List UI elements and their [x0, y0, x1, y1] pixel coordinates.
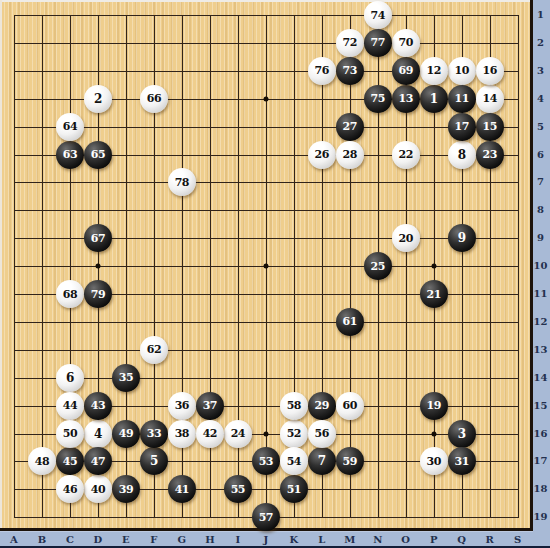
move-number: 15 [483, 120, 497, 133]
stone-white-Q6: 8 [448, 141, 476, 169]
column-label-B: B [38, 535, 46, 545]
stone-black-O3: 69 [392, 57, 420, 85]
stone-black-G18: 41 [168, 475, 196, 503]
move-number: 35 [119, 371, 133, 384]
stone-black-R5: 15 [476, 113, 504, 141]
stone-black-D15: 43 [84, 392, 112, 420]
stone-white-C15: 44 [56, 392, 84, 420]
stone-black-C6: 63 [56, 141, 84, 169]
grid-line-horizontal [14, 322, 519, 323]
stone-black-F16: 33 [140, 420, 168, 448]
move-number: 9 [458, 231, 466, 245]
row-label-17: 17 [534, 456, 548, 466]
board-edge-left [0, 0, 2, 529]
stone-black-M5: 27 [336, 113, 364, 141]
move-number: 68 [63, 288, 77, 301]
stone-white-C14: 6 [56, 364, 84, 392]
stone-black-E18: 39 [112, 475, 140, 503]
column-label-K: K [289, 535, 298, 545]
row-label-4: 4 [537, 94, 544, 104]
move-number: 14 [483, 92, 497, 105]
grid-line-horizontal [14, 350, 519, 351]
move-number: 62 [147, 343, 161, 356]
stone-white-B17: 48 [28, 447, 56, 475]
stone-white-F4: 66 [140, 85, 168, 113]
move-number: 77 [371, 36, 385, 49]
move-number: 73 [343, 64, 357, 77]
column-label-G: G [178, 535, 187, 545]
stone-black-E14: 35 [112, 364, 140, 392]
move-number: 40 [91, 483, 105, 496]
star-point [263, 264, 268, 269]
column-label-D: D [94, 535, 103, 545]
stone-black-Q4: 11 [448, 85, 476, 113]
move-number: 66 [147, 92, 161, 105]
move-number: 67 [91, 232, 105, 245]
move-number: 45 [63, 455, 77, 468]
move-number: 63 [63, 148, 77, 161]
stone-black-F17: 5 [140, 447, 168, 475]
move-number: 59 [343, 455, 357, 468]
move-number: 26 [315, 148, 329, 161]
row-label-18: 18 [534, 484, 548, 494]
move-number: 72 [343, 36, 357, 49]
move-number: 3 [458, 427, 466, 441]
move-number: 50 [63, 427, 77, 440]
stone-black-P4: 1 [420, 85, 448, 113]
stone-white-G7: 78 [168, 168, 196, 196]
move-number: 60 [343, 399, 357, 412]
move-number: 42 [203, 427, 217, 440]
stone-white-D16: 4 [84, 420, 112, 448]
move-number: 6 [66, 371, 74, 385]
move-number: 30 [427, 455, 441, 468]
move-number: 39 [119, 483, 133, 496]
move-number: 33 [147, 427, 161, 440]
move-number: 46 [63, 483, 77, 496]
row-label-1: 1 [537, 10, 544, 20]
stone-black-C17: 45 [56, 447, 84, 475]
stone-white-M15: 60 [336, 392, 364, 420]
move-number: 53 [259, 455, 273, 468]
stone-white-G16: 38 [168, 420, 196, 448]
stone-white-K17: 54 [280, 447, 308, 475]
move-number: 52 [287, 427, 301, 440]
move-number: 22 [399, 148, 413, 161]
stone-white-O6: 22 [392, 141, 420, 169]
stone-white-H16: 42 [196, 420, 224, 448]
stone-black-P11: 21 [420, 280, 448, 308]
move-number: 23 [483, 148, 497, 161]
move-number: 38 [175, 427, 189, 440]
stone-white-Q3: 10 [448, 57, 476, 85]
stone-black-E16: 49 [112, 420, 140, 448]
stone-white-D18: 40 [84, 475, 112, 503]
row-label-14: 14 [534, 373, 548, 383]
move-number: 28 [343, 148, 357, 161]
row-coordinates-strip: 12345678910111213141516171819 [533, 0, 550, 548]
star-point [95, 264, 100, 269]
move-number: 37 [203, 399, 217, 412]
star-point [263, 431, 268, 436]
row-label-16: 16 [534, 429, 548, 439]
move-number: 7 [318, 454, 326, 468]
move-number: 56 [315, 427, 329, 440]
stone-white-P3: 12 [420, 57, 448, 85]
column-label-N: N [373, 535, 382, 545]
stone-white-N1: 74 [364, 1, 392, 29]
grid-line-vertical [350, 15, 351, 518]
move-number: 48 [35, 455, 49, 468]
stone-white-C5: 64 [56, 113, 84, 141]
move-number: 27 [343, 120, 357, 133]
star-point [431, 264, 436, 269]
move-number: 57 [259, 511, 273, 524]
move-number: 19 [427, 399, 441, 412]
row-label-15: 15 [534, 401, 548, 411]
stone-white-P17: 30 [420, 447, 448, 475]
move-number: 24 [231, 427, 245, 440]
row-label-19: 19 [534, 512, 548, 522]
stone-white-R3: 16 [476, 57, 504, 85]
row-label-9: 9 [537, 233, 544, 243]
column-label-C: C [66, 535, 74, 545]
move-number: 43 [91, 399, 105, 412]
move-number: 5 [150, 454, 158, 468]
stone-black-I18: 55 [224, 475, 252, 503]
stone-white-O9: 20 [392, 224, 420, 252]
stone-white-I16: 24 [224, 420, 252, 448]
move-number: 13 [399, 92, 413, 105]
move-number: 31 [455, 455, 469, 468]
column-label-P: P [430, 535, 438, 545]
move-number: 69 [399, 64, 413, 77]
move-number: 29 [315, 399, 329, 412]
stone-black-K18: 51 [280, 475, 308, 503]
stone-black-Q9: 9 [448, 224, 476, 252]
stone-white-L16: 56 [308, 420, 336, 448]
star-point [431, 431, 436, 436]
row-label-7: 7 [537, 177, 544, 187]
stone-black-R6: 23 [476, 141, 504, 169]
row-label-12: 12 [534, 317, 548, 327]
stone-black-Q16: 3 [448, 420, 476, 448]
stone-white-D4: 2 [84, 85, 112, 113]
move-number: 25 [371, 260, 385, 273]
column-label-L: L [318, 535, 325, 545]
stone-black-H15: 37 [196, 392, 224, 420]
stone-white-C11: 68 [56, 280, 84, 308]
move-number: 49 [119, 427, 133, 440]
column-label-S: S [514, 535, 521, 545]
move-number: 65 [91, 148, 105, 161]
row-label-2: 2 [537, 38, 544, 48]
move-number: 54 [287, 455, 301, 468]
move-number: 75 [371, 92, 385, 105]
stone-white-G15: 36 [168, 392, 196, 420]
stone-black-Q5: 17 [448, 113, 476, 141]
row-label-11: 11 [534, 289, 548, 299]
stone-black-D17: 47 [84, 447, 112, 475]
stone-white-K15: 58 [280, 392, 308, 420]
move-number: 11 [455, 92, 469, 105]
stone-black-M12: 61 [336, 308, 364, 336]
go-kifu-viewer: 1234567891011121314151617192021222324252… [0, 0, 550, 548]
grid-line-vertical [518, 15, 519, 518]
stone-black-N2: 77 [364, 29, 392, 57]
row-label-8: 8 [537, 205, 544, 215]
move-number: 58 [287, 399, 301, 412]
move-number: 51 [287, 483, 301, 496]
stone-white-L3: 76 [308, 57, 336, 85]
stone-black-D11: 79 [84, 280, 112, 308]
move-number: 8 [458, 148, 466, 162]
row-label-3: 3 [537, 66, 544, 76]
column-label-O: O [401, 535, 410, 545]
row-label-6: 6 [537, 150, 544, 160]
stone-white-L6: 26 [308, 141, 336, 169]
move-number: 78 [175, 176, 189, 189]
stone-black-N4: 75 [364, 85, 392, 113]
stone-black-J17: 53 [252, 447, 280, 475]
move-number: 10 [455, 64, 469, 77]
row-label-13: 13 [534, 345, 548, 355]
move-number: 16 [483, 64, 497, 77]
stone-white-R4: 14 [476, 85, 504, 113]
stone-black-O4: 13 [392, 85, 420, 113]
move-number: 79 [91, 288, 105, 301]
move-number: 36 [175, 399, 189, 412]
move-number: 61 [343, 315, 357, 328]
grid-line-horizontal [14, 378, 519, 379]
move-number: 74 [371, 9, 385, 22]
move-number: 41 [175, 483, 189, 496]
stone-black-M17: 59 [336, 447, 364, 475]
move-number: 21 [427, 288, 441, 301]
move-number: 12 [427, 64, 441, 77]
move-number: 2 [94, 92, 102, 106]
column-label-A: A [10, 535, 18, 545]
move-number: 64 [63, 120, 77, 133]
stone-black-L17: 7 [308, 447, 336, 475]
stone-white-C18: 46 [56, 475, 84, 503]
stone-white-O2: 70 [392, 29, 420, 57]
column-label-J: J [263, 535, 268, 545]
stone-black-P15: 19 [420, 392, 448, 420]
stone-black-L15: 29 [308, 392, 336, 420]
stone-black-M3: 73 [336, 57, 364, 85]
stone-black-N10: 25 [364, 252, 392, 280]
move-number: 76 [315, 64, 329, 77]
move-number: 20 [399, 232, 413, 245]
stone-black-J19: 57 [252, 503, 280, 531]
stone-white-K16: 52 [280, 420, 308, 448]
go-board[interactable]: 1234567891011121314151617192021222324252… [0, 0, 533, 531]
move-number: 70 [399, 36, 413, 49]
row-label-10: 10 [534, 261, 548, 271]
stone-white-C16: 50 [56, 420, 84, 448]
stone-white-F13: 62 [140, 336, 168, 364]
column-label-I: I [235, 535, 240, 545]
stone-white-M6: 28 [336, 141, 364, 169]
move-number: 4 [94, 427, 102, 441]
stone-white-M2: 72 [336, 29, 364, 57]
move-number: 44 [63, 399, 77, 412]
stone-black-D6: 65 [84, 141, 112, 169]
column-label-H: H [205, 535, 214, 545]
column-label-Q: Q [457, 535, 466, 545]
move-number: 47 [91, 455, 105, 468]
board-edge-top [0, 0, 533, 2]
column-label-R: R [486, 535, 494, 545]
stone-black-D9: 67 [84, 224, 112, 252]
move-number: 17 [455, 120, 469, 133]
column-label-M: M [344, 535, 355, 545]
column-label-E: E [122, 535, 130, 545]
column-label-F: F [150, 535, 157, 545]
stone-black-Q17: 31 [448, 447, 476, 475]
move-number: 1 [430, 92, 438, 106]
row-label-5: 5 [537, 122, 544, 132]
move-number: 55 [231, 483, 245, 496]
star-point [263, 96, 268, 101]
